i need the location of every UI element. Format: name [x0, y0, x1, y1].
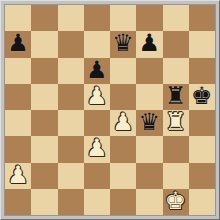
square-d4[interactable]	[84, 110, 110, 136]
black-pawn-piece[interactable]: ♟	[7, 31, 29, 55]
square-c4[interactable]	[58, 110, 84, 136]
white-pawn-piece[interactable]: ♟	[7, 163, 29, 187]
square-a1[interactable]	[5, 189, 31, 215]
square-c8[interactable]	[58, 5, 84, 31]
square-e4[interactable]: ♟	[110, 110, 136, 136]
board-frame: ♟♛♟♟♟♜♚♟♛♜♟♟♚	[0, 0, 220, 220]
square-a4[interactable]	[5, 110, 31, 136]
square-e7[interactable]: ♛	[110, 31, 136, 57]
square-f3[interactable]	[136, 136, 162, 162]
square-e5[interactable]	[110, 84, 136, 110]
square-d5[interactable]: ♟	[84, 84, 110, 110]
square-h1[interactable]	[189, 189, 215, 215]
square-f4[interactable]: ♛	[136, 110, 162, 136]
white-rook-piece[interactable]: ♜	[165, 110, 187, 134]
square-a5[interactable]	[5, 84, 31, 110]
square-a2[interactable]: ♟	[5, 163, 31, 189]
square-c1[interactable]	[58, 189, 84, 215]
square-b8[interactable]	[31, 5, 57, 31]
square-f5[interactable]	[136, 84, 162, 110]
square-f8[interactable]	[136, 5, 162, 31]
square-h6[interactable]	[189, 58, 215, 84]
square-e3[interactable]	[110, 136, 136, 162]
square-g3[interactable]	[163, 136, 189, 162]
square-g8[interactable]	[163, 5, 189, 31]
square-d2[interactable]	[84, 163, 110, 189]
square-b3[interactable]	[31, 136, 57, 162]
square-d7[interactable]	[84, 31, 110, 57]
white-pawn-piece[interactable]: ♟	[86, 84, 108, 108]
square-b1[interactable]	[31, 189, 57, 215]
square-d3[interactable]: ♟	[84, 136, 110, 162]
square-a7[interactable]: ♟	[5, 31, 31, 57]
square-g4[interactable]: ♜	[163, 110, 189, 136]
square-c2[interactable]	[58, 163, 84, 189]
square-c6[interactable]	[58, 58, 84, 84]
square-h4[interactable]	[189, 110, 215, 136]
square-a8[interactable]	[5, 5, 31, 31]
square-c7[interactable]	[58, 31, 84, 57]
square-e6[interactable]	[110, 58, 136, 84]
square-d1[interactable]	[84, 189, 110, 215]
square-e2[interactable]	[110, 163, 136, 189]
chess-board: ♟♛♟♟♟♜♚♟♛♜♟♟♚	[5, 5, 215, 215]
square-g5[interactable]: ♜	[163, 84, 189, 110]
black-queen-piece[interactable]: ♛	[139, 110, 161, 134]
white-pawn-piece[interactable]: ♟	[112, 110, 134, 134]
square-c3[interactable]	[58, 136, 84, 162]
square-f1[interactable]	[136, 189, 162, 215]
square-h5[interactable]: ♚	[189, 84, 215, 110]
square-f6[interactable]	[136, 58, 162, 84]
square-b4[interactable]	[31, 110, 57, 136]
square-h8[interactable]	[189, 5, 215, 31]
square-b5[interactable]	[31, 84, 57, 110]
square-h2[interactable]	[189, 163, 215, 189]
square-g2[interactable]	[163, 163, 189, 189]
square-d6[interactable]: ♟	[84, 58, 110, 84]
square-a6[interactable]	[5, 58, 31, 84]
square-f2[interactable]	[136, 163, 162, 189]
square-a3[interactable]	[5, 136, 31, 162]
black-pawn-piece[interactable]: ♟	[86, 58, 108, 82]
square-h3[interactable]	[189, 136, 215, 162]
white-pawn-piece[interactable]: ♟	[86, 136, 108, 160]
square-h7[interactable]	[189, 31, 215, 57]
square-b6[interactable]	[31, 58, 57, 84]
white-king-piece[interactable]: ♚	[165, 189, 187, 213]
black-rook-piece[interactable]: ♜	[165, 84, 187, 108]
square-b7[interactable]	[31, 31, 57, 57]
square-g6[interactable]	[163, 58, 189, 84]
square-e8[interactable]	[110, 5, 136, 31]
square-d8[interactable]	[84, 5, 110, 31]
black-king-piece[interactable]: ♚	[191, 84, 213, 108]
square-b2[interactable]	[31, 163, 57, 189]
black-queen-piece[interactable]: ♛	[112, 31, 134, 55]
square-c5[interactable]	[58, 84, 84, 110]
square-f7[interactable]: ♟	[136, 31, 162, 57]
square-e1[interactable]	[110, 189, 136, 215]
square-g1[interactable]: ♚	[163, 189, 189, 215]
square-g7[interactable]	[163, 31, 189, 57]
black-pawn-piece[interactable]: ♟	[139, 31, 161, 55]
